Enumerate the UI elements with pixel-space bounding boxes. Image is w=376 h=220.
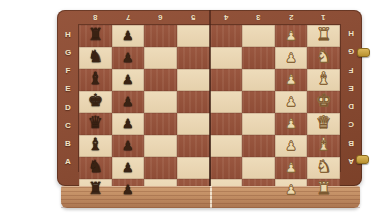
square-h6[interactable] <box>144 25 177 47</box>
square-d1[interactable]: ♛ <box>307 113 340 135</box>
square-h8[interactable]: ♜ <box>79 25 112 47</box>
rank-label-top-6: 6 <box>144 10 177 25</box>
white-queen[interactable]: ♛ <box>307 111 340 133</box>
brass-latch-upper <box>357 48 370 57</box>
square-f5[interactable] <box>177 69 210 91</box>
black-pawn[interactable]: ♟ <box>112 113 145 135</box>
square-h5[interactable] <box>177 25 210 47</box>
square-g5[interactable] <box>177 47 210 69</box>
black-pawn[interactable]: ♟ <box>112 69 145 91</box>
square-b5[interactable] <box>177 157 210 179</box>
white-pawn[interactable]: ♟ <box>275 91 308 113</box>
chess-set-photo: 87654321 87654321 HGFEDCBA HGFEDCBA ♜♟♟♜… <box>0 0 376 220</box>
white-bishop[interactable]: ♝ <box>307 67 340 89</box>
square-f4[interactable] <box>210 69 243 91</box>
white-rook[interactable]: ♜ <box>307 177 340 199</box>
rank-label-top-2: 2 <box>275 10 308 25</box>
white-pawn[interactable]: ♟ <box>275 135 308 157</box>
file-label-left-d: D <box>57 98 79 116</box>
square-g2[interactable]: ♟ <box>275 47 308 69</box>
file-label-left-e: E <box>57 80 79 98</box>
black-pawn[interactable]: ♟ <box>112 91 145 113</box>
square-e2[interactable]: ♟ <box>275 91 308 113</box>
square-g3[interactable] <box>242 47 275 69</box>
square-f1[interactable]: ♝ <box>307 69 340 91</box>
rank-label-top-7: 7 <box>112 10 145 25</box>
square-e6[interactable] <box>144 91 177 113</box>
black-pawn[interactable]: ♟ <box>112 47 145 69</box>
square-e7[interactable]: ♟ <box>112 91 145 113</box>
black-queen[interactable]: ♛ <box>79 111 112 133</box>
file-label-left-g: G <box>57 43 79 61</box>
square-c1[interactable]: ♝ <box>307 135 340 157</box>
square-h4[interactable] <box>210 25 243 47</box>
square-d8[interactable]: ♛ <box>79 113 112 135</box>
board-frame: 87654321 87654321 HGFEDCBA HGFEDCBA ♜♟♟♜… <box>57 10 362 186</box>
white-pawn[interactable]: ♟ <box>275 113 308 135</box>
white-bishop[interactable]: ♝ <box>307 133 340 155</box>
square-e3[interactable] <box>242 91 275 113</box>
black-king[interactable]: ♚ <box>79 89 112 111</box>
square-h1[interactable]: ♜ <box>307 25 340 47</box>
square-d2[interactable]: ♟ <box>275 113 308 135</box>
square-b1[interactable]: ♞ <box>307 157 340 179</box>
white-pawn[interactable]: ♟ <box>275 25 308 47</box>
file-label-right-c: C <box>340 116 362 134</box>
square-c6[interactable] <box>144 135 177 157</box>
square-b2[interactable]: ♟ <box>275 157 308 179</box>
file-label-right-b: B <box>340 135 362 153</box>
square-h3[interactable] <box>242 25 275 47</box>
file-label-right-h: H <box>340 25 362 43</box>
white-pawn[interactable]: ♟ <box>275 47 308 69</box>
square-e8[interactable]: ♚ <box>79 91 112 113</box>
square-c4[interactable] <box>210 135 243 157</box>
square-c2[interactable]: ♟ <box>275 135 308 157</box>
square-b7[interactable]: ♟ <box>112 157 145 179</box>
square-f3[interactable] <box>242 69 275 91</box>
square-f8[interactable]: ♝ <box>79 69 112 91</box>
file-label-left-c: C <box>57 116 79 134</box>
rank-label-top-3: 3 <box>242 10 275 25</box>
square-b6[interactable] <box>144 157 177 179</box>
black-bishop[interactable]: ♝ <box>79 67 112 89</box>
file-label-right-d: D <box>340 98 362 116</box>
square-e1[interactable]: ♚ <box>307 91 340 113</box>
square-h7[interactable]: ♟ <box>112 25 145 47</box>
square-g6[interactable] <box>144 47 177 69</box>
square-c7[interactable]: ♟ <box>112 135 145 157</box>
white-rook[interactable]: ♜ <box>307 23 340 45</box>
square-d7[interactable]: ♟ <box>112 113 145 135</box>
square-c5[interactable] <box>177 135 210 157</box>
square-a1[interactable]: ♜ <box>307 179 340 201</box>
square-f6[interactable] <box>144 69 177 91</box>
black-pawn[interactable]: ♟ <box>112 179 145 201</box>
black-rook[interactable]: ♜ <box>79 23 112 45</box>
file-labels-left: HGFEDCBA <box>57 25 79 171</box>
square-g4[interactable] <box>210 47 243 69</box>
square-d6[interactable] <box>144 113 177 135</box>
white-pawn[interactable]: ♟ <box>275 157 308 179</box>
fold-seam-side <box>210 186 212 208</box>
square-a2[interactable]: ♟ <box>275 179 308 201</box>
square-a8[interactable]: ♜ <box>79 179 112 201</box>
square-c8[interactable]: ♝ <box>79 135 112 157</box>
black-rook[interactable]: ♜ <box>79 177 112 199</box>
square-g8[interactable]: ♞ <box>79 47 112 69</box>
square-g1[interactable]: ♞ <box>307 47 340 69</box>
black-pawn[interactable]: ♟ <box>112 135 145 157</box>
brass-latch-lower <box>356 155 369 164</box>
file-labels-right: HGFEDCBA <box>340 25 362 171</box>
fold-seam <box>209 10 211 186</box>
square-d5[interactable] <box>177 113 210 135</box>
black-knight[interactable]: ♞ <box>79 45 112 67</box>
white-knight[interactable]: ♞ <box>307 155 340 177</box>
rank-label-top-5: 5 <box>177 10 210 25</box>
black-knight[interactable]: ♞ <box>79 155 112 177</box>
square-g7[interactable]: ♟ <box>112 47 145 69</box>
square-f7[interactable]: ♟ <box>112 69 145 91</box>
file-label-left-a: A <box>57 153 79 171</box>
black-pawn[interactable]: ♟ <box>112 25 145 47</box>
rank-label-top-4: 4 <box>210 10 243 25</box>
file-label-right-e: E <box>340 80 362 98</box>
file-label-left-f: F <box>57 62 79 80</box>
black-bishop[interactable]: ♝ <box>79 133 112 155</box>
square-b4[interactable] <box>210 157 243 179</box>
white-king[interactable]: ♚ <box>307 89 340 111</box>
square-d3[interactable] <box>242 113 275 135</box>
square-e4[interactable] <box>210 91 243 113</box>
white-pawn[interactable]: ♟ <box>275 179 308 201</box>
white-pawn[interactable]: ♟ <box>275 69 308 91</box>
file-label-left-b: B <box>57 135 79 153</box>
file-label-right-f: F <box>340 62 362 80</box>
white-knight[interactable]: ♞ <box>307 45 340 67</box>
square-b3[interactable] <box>242 157 275 179</box>
square-d4[interactable] <box>210 113 243 135</box>
square-e5[interactable] <box>177 91 210 113</box>
square-b8[interactable]: ♞ <box>79 157 112 179</box>
square-f2[interactable]: ♟ <box>275 69 308 91</box>
square-c3[interactable] <box>242 135 275 157</box>
black-pawn[interactable]: ♟ <box>112 157 145 179</box>
file-label-left-h: H <box>57 25 79 43</box>
square-a7[interactable]: ♟ <box>112 179 145 201</box>
square-h2[interactable]: ♟ <box>275 25 308 47</box>
